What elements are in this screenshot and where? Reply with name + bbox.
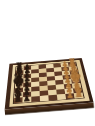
coordinate-label: 1 bbox=[82, 101, 85, 103]
piece-white-bishop: ♝ bbox=[71, 76, 82, 88]
square-d6 bbox=[31, 77, 39, 82]
coordinate-label: 7 bbox=[24, 105, 26, 107]
chess-set-photo: 87654321 87654321 abcdefgh abcdefgh ♜♟♟♜… bbox=[0, 10, 95, 121]
coordinate-label: b bbox=[81, 66, 83, 68]
square-h6 bbox=[31, 96, 40, 102]
square-h1: ♜ bbox=[74, 93, 84, 99]
board-grid: ♜♟♟♜♞♟♟♞♝♟♟♝♛♟♟♛♚♟♟♚♝♟♟♝♞♟♟♞♜♟♟♜ bbox=[14, 62, 84, 103]
coordinate-label: 6 bbox=[33, 105, 35, 107]
coordinate-label: 2 bbox=[72, 102, 74, 104]
square-h7: ♟ bbox=[23, 97, 32, 103]
square-d1: ♛ bbox=[70, 74, 79, 79]
coordinate-label: d bbox=[83, 75, 85, 77]
coordinate-label: a bbox=[80, 62, 82, 64]
square-c6 bbox=[31, 73, 39, 78]
board-scene: 87654321 87654321 abcdefgh abcdefgh ♜♟♟♜… bbox=[4, 38, 90, 124]
coordinate-label: h bbox=[89, 95, 92, 97]
coordinate-label: f bbox=[86, 85, 88, 87]
coordinate-label: 3 bbox=[62, 102, 64, 104]
chessboard: 87654321 87654321 abcdefgh abcdefgh ♜♟♟♜… bbox=[5, 58, 94, 109]
square-d4 bbox=[47, 76, 55, 81]
coordinate-label: e bbox=[85, 80, 87, 82]
coordinate-label: c bbox=[82, 70, 84, 72]
coordinate-label: 5 bbox=[43, 104, 45, 106]
coordinate-label: 8 bbox=[14, 106, 16, 108]
coordinate-label: g bbox=[87, 90, 89, 92]
board-border-band: ♜♟♟♜♞♟♟♞♝♟♟♝♛♟♟♛♚♟♟♚♝♟♟♝♞♟♟♞♜♟♟♜ bbox=[9, 60, 89, 107]
square-h8: ♜ bbox=[14, 97, 23, 103]
square-h4 bbox=[48, 95, 57, 101]
square-e6 bbox=[31, 82, 39, 87]
coordinate-label: 4 bbox=[53, 103, 55, 105]
